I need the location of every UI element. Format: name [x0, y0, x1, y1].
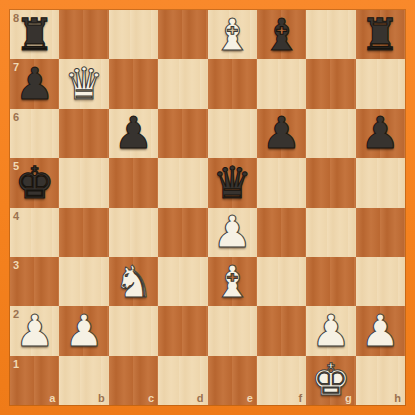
- square-f1[interactable]: f: [257, 356, 306, 405]
- square-d6[interactable]: [158, 109, 207, 158]
- square-e6[interactable]: [208, 109, 257, 158]
- square-a2[interactable]: 2♟: [10, 306, 59, 355]
- chess-board: 8♜♝♝♜7♟♛6♟♟♟5♚♛4♟3♞♝2♟♟♟♟1abcdefg♚h: [10, 10, 405, 405]
- square-g3[interactable]: [306, 257, 355, 306]
- square-a6[interactable]: 6: [10, 109, 59, 158]
- piece-black-rook[interactable]: ♜: [10, 10, 59, 59]
- square-e8[interactable]: ♝: [208, 10, 257, 59]
- piece-white-knight[interactable]: ♞: [109, 257, 158, 306]
- piece-white-pawn[interactable]: ♟: [208, 208, 257, 257]
- square-a3[interactable]: 3: [10, 257, 59, 306]
- piece-white-pawn[interactable]: ♟: [10, 306, 59, 355]
- square-c2[interactable]: [109, 306, 158, 355]
- square-h8[interactable]: ♜: [356, 10, 405, 59]
- square-e2[interactable]: [208, 306, 257, 355]
- square-h1[interactable]: h: [356, 356, 405, 405]
- square-d8[interactable]: [158, 10, 207, 59]
- square-g4[interactable]: [306, 208, 355, 257]
- square-c8[interactable]: [109, 10, 158, 59]
- square-e1[interactable]: e: [208, 356, 257, 405]
- square-c6[interactable]: ♟: [109, 109, 158, 158]
- file-label-d: d: [197, 392, 204, 404]
- square-d3[interactable]: [158, 257, 207, 306]
- square-g6[interactable]: [306, 109, 355, 158]
- rank-label-4: 4: [13, 210, 19, 222]
- square-c5[interactable]: [109, 158, 158, 207]
- square-g8[interactable]: [306, 10, 355, 59]
- square-a1[interactable]: 1a: [10, 356, 59, 405]
- piece-black-pawn[interactable]: ♟: [356, 109, 405, 158]
- square-h2[interactable]: ♟: [356, 306, 405, 355]
- square-a4[interactable]: 4: [10, 208, 59, 257]
- square-h5[interactable]: [356, 158, 405, 207]
- square-d2[interactable]: [158, 306, 207, 355]
- piece-white-pawn[interactable]: ♟: [356, 306, 405, 355]
- file-label-a: a: [49, 392, 55, 404]
- piece-black-king[interactable]: ♚: [10, 158, 59, 207]
- square-b3[interactable]: [59, 257, 108, 306]
- square-c3[interactable]: ♞: [109, 257, 158, 306]
- square-d7[interactable]: [158, 59, 207, 108]
- square-g7[interactable]: [306, 59, 355, 108]
- piece-white-queen[interactable]: ♛: [59, 59, 108, 108]
- file-label-e: e: [247, 392, 253, 404]
- square-c1[interactable]: c: [109, 356, 158, 405]
- square-a8[interactable]: 8♜: [10, 10, 59, 59]
- square-f5[interactable]: [257, 158, 306, 207]
- board-frame: 8♜♝♝♜7♟♛6♟♟♟5♚♛4♟3♞♝2♟♟♟♟1abcdefg♚h: [0, 0, 415, 415]
- square-c4[interactable]: [109, 208, 158, 257]
- square-a7[interactable]: 7♟: [10, 59, 59, 108]
- square-d1[interactable]: d: [158, 356, 207, 405]
- piece-black-pawn[interactable]: ♟: [257, 109, 306, 158]
- piece-white-bishop[interactable]: ♝: [208, 257, 257, 306]
- file-label-c: c: [148, 392, 154, 404]
- piece-black-bishop[interactable]: ♝: [257, 10, 306, 59]
- square-b6[interactable]: [59, 109, 108, 158]
- file-label-h: h: [394, 392, 401, 404]
- square-d4[interactable]: [158, 208, 207, 257]
- square-e5[interactable]: ♛: [208, 158, 257, 207]
- square-b2[interactable]: ♟: [59, 306, 108, 355]
- piece-black-pawn[interactable]: ♟: [10, 59, 59, 108]
- square-h3[interactable]: [356, 257, 405, 306]
- piece-black-rook[interactable]: ♜: [356, 10, 405, 59]
- rank-label-6: 6: [13, 111, 19, 123]
- square-g2[interactable]: ♟: [306, 306, 355, 355]
- square-b4[interactable]: [59, 208, 108, 257]
- square-h6[interactable]: ♟: [356, 109, 405, 158]
- piece-black-pawn[interactable]: ♟: [109, 109, 158, 158]
- square-e3[interactable]: ♝: [208, 257, 257, 306]
- rank-label-3: 3: [13, 259, 19, 271]
- file-label-f: f: [299, 392, 303, 404]
- square-a5[interactable]: 5♚: [10, 158, 59, 207]
- square-f8[interactable]: ♝: [257, 10, 306, 59]
- piece-white-bishop[interactable]: ♝: [208, 10, 257, 59]
- square-h7[interactable]: [356, 59, 405, 108]
- square-f4[interactable]: [257, 208, 306, 257]
- square-g5[interactable]: [306, 158, 355, 207]
- square-f6[interactable]: ♟: [257, 109, 306, 158]
- square-b7[interactable]: ♛: [59, 59, 108, 108]
- square-b1[interactable]: b: [59, 356, 108, 405]
- square-e4[interactable]: ♟: [208, 208, 257, 257]
- square-b5[interactable]: [59, 158, 108, 207]
- square-h4[interactable]: [356, 208, 405, 257]
- piece-black-queen[interactable]: ♛: [208, 158, 257, 207]
- square-e7[interactable]: [208, 59, 257, 108]
- square-c7[interactable]: [109, 59, 158, 108]
- square-f7[interactable]: [257, 59, 306, 108]
- square-b8[interactable]: [59, 10, 108, 59]
- piece-white-king[interactable]: ♚: [306, 356, 355, 405]
- file-label-b: b: [98, 392, 105, 404]
- rank-label-1: 1: [13, 358, 19, 370]
- square-f3[interactable]: [257, 257, 306, 306]
- piece-white-pawn[interactable]: ♟: [59, 306, 108, 355]
- piece-white-pawn[interactable]: ♟: [306, 306, 355, 355]
- square-g1[interactable]: g♚: [306, 356, 355, 405]
- square-d5[interactable]: [158, 158, 207, 207]
- square-f2[interactable]: [257, 306, 306, 355]
